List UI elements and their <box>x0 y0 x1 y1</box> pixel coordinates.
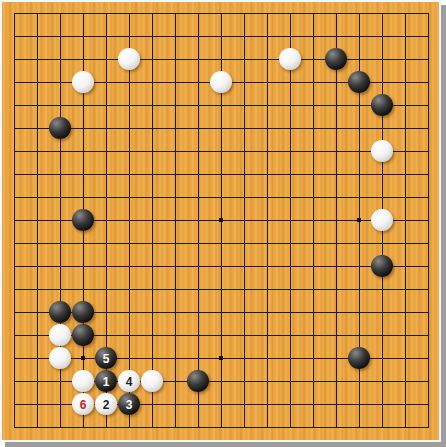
stone-black <box>348 347 370 369</box>
stone-white <box>279 48 301 70</box>
stone-black <box>371 255 393 277</box>
move-number-label: 3 <box>126 399 133 411</box>
stone-white <box>72 370 94 392</box>
stone-white <box>49 324 71 346</box>
star-point <box>219 356 223 360</box>
board-grid[interactable]: 514623 <box>14 13 429 428</box>
stone-white <box>371 209 393 231</box>
stone-white: 6 <box>72 393 94 415</box>
star-point <box>81 356 85 360</box>
star-point <box>219 218 223 222</box>
stone-black <box>72 209 94 231</box>
move-number-label: 2 <box>103 399 110 411</box>
stone-black <box>348 71 370 93</box>
stone-black <box>49 301 71 323</box>
board-wood: 514623 <box>2 2 439 440</box>
stone-black <box>49 117 71 139</box>
stone-white <box>118 48 140 70</box>
stone-black: 3 <box>118 393 140 415</box>
stone-black: 1 <box>95 370 117 392</box>
stone-white <box>210 71 232 93</box>
star-point <box>357 218 361 222</box>
stone-black <box>371 94 393 116</box>
move-number-label: 4 <box>126 376 133 388</box>
stone-white <box>371 140 393 162</box>
move-number-label: 1 <box>103 376 110 388</box>
stone-black <box>72 301 94 323</box>
stone-black <box>72 324 94 346</box>
stone-white: 2 <box>95 393 117 415</box>
stone-white: 4 <box>118 370 140 392</box>
move-number-label: 5 <box>103 353 110 365</box>
stone-white <box>72 71 94 93</box>
go-diagram: 514623 <box>0 0 446 447</box>
stone-black <box>325 48 347 70</box>
stone-white <box>49 347 71 369</box>
move-number-label: 6 <box>80 399 87 411</box>
stone-black: 5 <box>95 347 117 369</box>
stone-black <box>187 370 209 392</box>
board-frame: 514623 <box>0 0 441 442</box>
stone-white <box>141 370 163 392</box>
